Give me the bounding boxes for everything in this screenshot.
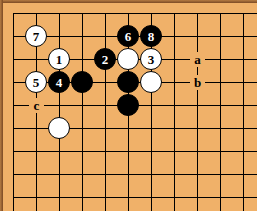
stone-white-5: 5 [25, 71, 47, 93]
point-label-a: a [190, 52, 205, 67]
grid-hline [13, 13, 257, 14]
grid-hline [13, 197, 257, 198]
stone-black [117, 71, 139, 93]
stone-black-2: 2 [94, 48, 116, 70]
grid-vline [197, 13, 198, 211]
stone-white [117, 48, 139, 70]
grid-vline [220, 13, 221, 211]
stone-white [48, 117, 70, 139]
stone-black-8: 8 [140, 25, 162, 47]
grid-vline [59, 13, 60, 211]
stone-white-3: 3 [140, 48, 162, 70]
grid-hline [13, 174, 257, 175]
stone-white-7: 7 [25, 25, 47, 47]
grid-hline [13, 151, 257, 152]
stone-black [71, 71, 93, 93]
grid-vline [13, 13, 14, 211]
go-board-diagram: abc76812354 [0, 0, 257, 211]
stone-black-6: 6 [117, 25, 139, 47]
stone-white [140, 71, 162, 93]
grid-vline [243, 13, 244, 211]
grid-vline [174, 13, 175, 211]
grid-vline [82, 13, 83, 211]
grid-vline [105, 13, 106, 211]
stone-black [117, 94, 139, 116]
board-top-edge [0, 0, 257, 3]
point-label-b: b [190, 75, 205, 90]
stone-black-4: 4 [48, 71, 70, 93]
board-left-edge [0, 0, 3, 211]
point-label-c: c [29, 98, 44, 113]
stone-white-1: 1 [48, 48, 70, 70]
